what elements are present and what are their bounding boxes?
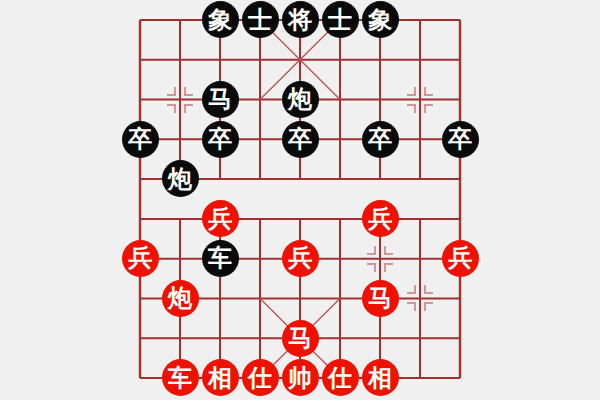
black-cannon[interactable]: 炮 — [162, 160, 199, 197]
xiangqi-board[interactable]: 象士将士象马炮卒卒卒卒卒炮车兵兵兵兵兵炮马马车相仕帅仕相 — [120, 0, 480, 398]
xiangqi-screenshot: 象士将士象马炮卒卒卒卒卒炮车兵兵兵兵兵炮马马车相仕帅仕相 — [0, 0, 600, 400]
black-horse[interactable]: 马 — [202, 81, 239, 118]
black-cannon[interactable]: 炮 — [282, 81, 319, 118]
red-general[interactable]: 帅 — [282, 359, 319, 396]
black-elephant[interactable]: 象 — [362, 1, 399, 38]
red-horse[interactable]: 马 — [282, 320, 319, 357]
red-soldier[interactable]: 兵 — [122, 240, 159, 277]
black-soldier[interactable]: 卒 — [202, 121, 239, 158]
black-advisor[interactable]: 士 — [322, 1, 359, 38]
black-advisor[interactable]: 士 — [242, 1, 279, 38]
red-soldier[interactable]: 兵 — [442, 240, 479, 277]
black-elephant[interactable]: 象 — [202, 1, 239, 38]
black-chariot[interactable]: 车 — [202, 240, 239, 277]
black-soldier[interactable]: 卒 — [362, 121, 399, 158]
red-elephant[interactable]: 相 — [362, 359, 399, 396]
red-soldier[interactable]: 兵 — [282, 240, 319, 277]
red-soldier[interactable]: 兵 — [202, 200, 239, 237]
black-soldier[interactable]: 卒 — [442, 121, 479, 158]
red-horse[interactable]: 马 — [362, 280, 399, 317]
red-cannon[interactable]: 炮 — [162, 280, 199, 317]
black-soldier[interactable]: 卒 — [122, 121, 159, 158]
red-advisor[interactable]: 仕 — [242, 359, 279, 396]
red-elephant[interactable]: 相 — [202, 359, 239, 396]
black-soldier[interactable]: 卒 — [282, 121, 319, 158]
red-advisor[interactable]: 仕 — [322, 359, 359, 396]
red-chariot[interactable]: 车 — [162, 359, 199, 396]
red-soldier[interactable]: 兵 — [362, 200, 399, 237]
black-general[interactable]: 将 — [282, 1, 319, 38]
